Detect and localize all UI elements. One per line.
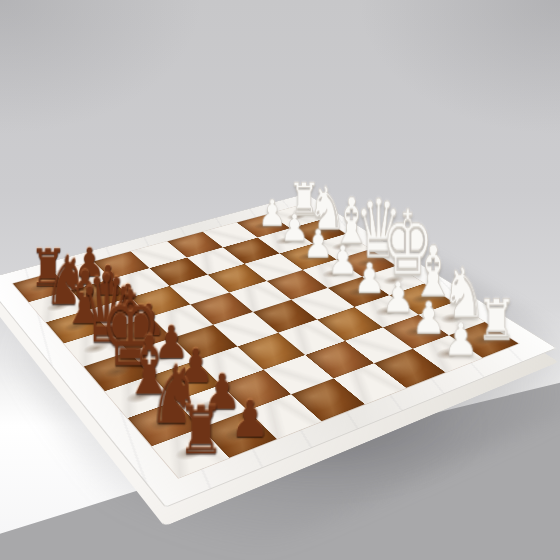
- chess-board: ♜♟♟♜♞♟♟♞♝♟♟♝♛♟♟♛♚♟♟♚♝♟♟♝♞♟♟♞♜♟♟♜: [0, 193, 557, 507]
- brown-rook: ♜: [173, 399, 230, 465]
- white-pawn: ♟: [436, 318, 486, 363]
- photo-stage: ♜♟♟♜♞♟♟♞♝♟♟♝♛♟♟♛♚♟♟♚♝♟♟♝♞♟♟♞♜♟♟♜: [0, 0, 560, 560]
- scene: ♜♟♟♜♞♟♟♞♝♟♟♝♛♟♟♛♚♟♟♚♝♟♟♝♞♟♟♞♜♟♟♜: [0, 0, 560, 560]
- brown-pawn: ♟: [222, 395, 278, 446]
